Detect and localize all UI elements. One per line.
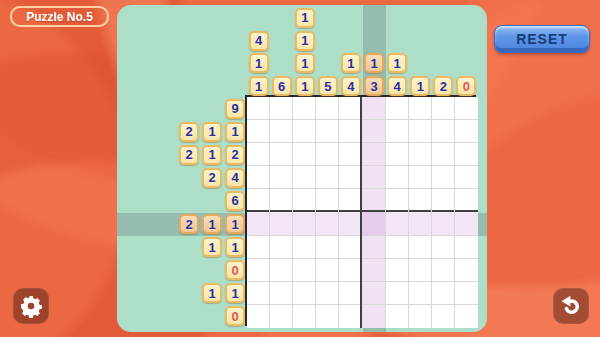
cell-r2c4[interactable] xyxy=(316,120,339,143)
cell-r10c2[interactable] xyxy=(270,305,293,328)
reset-button[interactable]: RESET xyxy=(494,25,590,53)
cell-r8c7[interactable] xyxy=(386,259,409,282)
cell-r10c3[interactable] xyxy=(293,305,316,328)
cell-r8c5[interactable] xyxy=(339,259,362,282)
cell-r8c6[interactable] xyxy=(362,259,385,282)
cell-r3c3[interactable] xyxy=(293,143,316,166)
cell-r10c7[interactable] xyxy=(386,305,409,328)
cell-r10c6[interactable] xyxy=(362,305,385,328)
cell-r4c3[interactable] xyxy=(293,166,316,189)
cell-r9c4[interactable] xyxy=(316,282,339,305)
cell-r7c4[interactable] xyxy=(316,236,339,259)
col-clue-c1-3: 1 xyxy=(249,76,269,96)
page-root: { "game": "nonogram (picross)", "header"… xyxy=(0,0,600,337)
row-clue-r2-3: 1 xyxy=(225,122,245,142)
puzzle-number-label: Puzzle No.5 xyxy=(26,10,93,24)
puzzle-number-badge: Puzzle No.5 xyxy=(10,6,109,27)
cell-r4c2[interactable] xyxy=(270,166,293,189)
cell-r4c8[interactable] xyxy=(409,166,432,189)
cell-r3c5[interactable] xyxy=(339,143,362,166)
cell-r6c10[interactable] xyxy=(455,212,478,235)
cell-r10c4[interactable] xyxy=(316,305,339,328)
cell-r3c8[interactable] xyxy=(409,143,432,166)
cell-r7c6[interactable] xyxy=(362,236,385,259)
cell-r2c3[interactable] xyxy=(293,120,316,143)
cell-r9c6[interactable] xyxy=(362,282,385,305)
col-clue-c7-2: 4 xyxy=(387,76,407,96)
cell-r3c9[interactable] xyxy=(432,143,455,166)
cell-r7c7[interactable] xyxy=(386,236,409,259)
row-clue-r2-1: 2 xyxy=(179,122,199,142)
row-clue-r8-1: 0 xyxy=(225,260,245,280)
cell-r5c1[interactable] xyxy=(247,189,270,212)
cell-r3c4[interactable] xyxy=(316,143,339,166)
cell-r7c9[interactable] xyxy=(432,236,455,259)
cell-r3c7[interactable] xyxy=(386,143,409,166)
cell-r5c5[interactable] xyxy=(339,189,362,212)
col-clue-c5-2: 4 xyxy=(341,76,361,96)
cell-r10c1[interactable] xyxy=(247,305,270,328)
col-clue-c6-2: 3 xyxy=(364,76,384,96)
cell-r2c10[interactable] xyxy=(455,120,478,143)
cell-r6c8[interactable] xyxy=(409,212,432,235)
col-clue-c2-1: 6 xyxy=(272,76,292,96)
cell-r2c1[interactable] xyxy=(247,120,270,143)
cell-r6c9[interactable] xyxy=(432,212,455,235)
undo-button[interactable] xyxy=(553,288,589,324)
cell-r1c9[interactable] xyxy=(432,97,455,120)
row-clue-r3-3: 2 xyxy=(225,145,245,165)
cell-r4c7[interactable] xyxy=(386,166,409,189)
cell-r7c1[interactable] xyxy=(247,236,270,259)
cell-r10c9[interactable] xyxy=(432,305,455,328)
cell-r4c5[interactable] xyxy=(339,166,362,189)
cell-r8c2[interactable] xyxy=(270,259,293,282)
row-clue-r7-1: 1 xyxy=(202,237,222,257)
row-clue-r1-1: 9 xyxy=(225,99,245,119)
row-clue-r10-1: 0 xyxy=(225,306,245,326)
cell-r5c3[interactable] xyxy=(293,189,316,212)
cell-r5c6[interactable] xyxy=(362,189,385,212)
cell-r10c8[interactable] xyxy=(409,305,432,328)
cell-r9c9[interactable] xyxy=(432,282,455,305)
cell-r3c2[interactable] xyxy=(270,143,293,166)
cell-r1c5[interactable] xyxy=(339,97,362,120)
board-grid xyxy=(245,95,476,326)
col-clue-c3-4: 1 xyxy=(295,76,315,96)
cell-r5c4[interactable] xyxy=(316,189,339,212)
cell-r9c2[interactable] xyxy=(270,282,293,305)
cell-r9c1[interactable] xyxy=(247,282,270,305)
cell-r4c6[interactable] xyxy=(362,166,385,189)
col-clue-c9-1: 2 xyxy=(433,76,453,96)
cell-r8c9[interactable] xyxy=(432,259,455,282)
cell-r9c3[interactable] xyxy=(293,282,316,305)
cell-r7c10[interactable] xyxy=(455,236,478,259)
cell-r2c7[interactable] xyxy=(386,120,409,143)
col-clue-c10-1: 0 xyxy=(456,76,476,96)
cell-r1c3[interactable] xyxy=(293,97,316,120)
cell-r8c10[interactable] xyxy=(455,259,478,282)
cell-r7c8[interactable] xyxy=(409,236,432,259)
cell-r7c2[interactable] xyxy=(270,236,293,259)
cell-r7c5[interactable] xyxy=(339,236,362,259)
cell-r3c1[interactable] xyxy=(247,143,270,166)
col-clue-c7-1: 1 xyxy=(387,53,407,73)
row-clue-r6-2: 1 xyxy=(202,214,222,234)
cell-r4c1[interactable] xyxy=(247,166,270,189)
row-clue-r3-1: 2 xyxy=(179,145,199,165)
cell-r1c10[interactable] xyxy=(455,97,478,120)
row-clue-r7-2: 1 xyxy=(225,237,245,257)
cell-r2c6[interactable] xyxy=(362,120,385,143)
cell-r4c9[interactable] xyxy=(432,166,455,189)
row-clue-r6-3: 1 xyxy=(225,214,245,234)
cell-r5c2[interactable] xyxy=(270,189,293,212)
cell-r6c5[interactable] xyxy=(339,212,362,235)
cell-r1c7[interactable] xyxy=(386,97,409,120)
cell-r1c8[interactable] xyxy=(409,97,432,120)
cell-r1c2[interactable] xyxy=(270,97,293,120)
cell-r4c10[interactable] xyxy=(455,166,478,189)
cell-r8c1[interactable] xyxy=(247,259,270,282)
cell-r3c10[interactable] xyxy=(455,143,478,166)
cell-r8c4[interactable] xyxy=(316,259,339,282)
cell-r8c8[interactable] xyxy=(409,259,432,282)
cell-r10c5[interactable] xyxy=(339,305,362,328)
cell-r5c9[interactable] xyxy=(432,189,455,212)
cell-r10c10[interactable] xyxy=(455,305,478,328)
cell-r9c10[interactable] xyxy=(455,282,478,305)
cell-r4c4[interactable] xyxy=(316,166,339,189)
cell-r5c8[interactable] xyxy=(409,189,432,212)
cell-r6c2[interactable] xyxy=(270,212,293,235)
cell-r1c4[interactable] xyxy=(316,97,339,120)
gear-icon xyxy=(19,294,43,318)
puzzle-panel: 9112212426112110110114611115413141120 xyxy=(117,5,487,332)
cell-r9c7[interactable] xyxy=(386,282,409,305)
col-clue-c8-1: 1 xyxy=(410,76,430,96)
cell-r2c8[interactable] xyxy=(409,120,432,143)
col-clue-c5-1: 1 xyxy=(341,53,361,73)
cell-r9c5[interactable] xyxy=(339,282,362,305)
cell-r3c6[interactable] xyxy=(362,143,385,166)
cell-r6c7[interactable] xyxy=(386,212,409,235)
cell-r6c4[interactable] xyxy=(316,212,339,235)
col-clue-c4-1: 5 xyxy=(318,76,338,96)
col-clue-c1-2: 1 xyxy=(249,53,269,73)
row-clue-r6-1: 2 xyxy=(179,214,199,234)
cell-r6c6[interactable] xyxy=(362,212,385,235)
col-clue-c3-3: 1 xyxy=(295,53,315,73)
cell-r5c7[interactable] xyxy=(386,189,409,212)
col-clue-c3-1: 1 xyxy=(295,8,315,28)
row-clue-r9-2: 1 xyxy=(225,283,245,303)
row-clue-r4-1: 2 xyxy=(202,168,222,188)
cell-r1c1[interactable] xyxy=(247,97,270,120)
cell-r5c10[interactable] xyxy=(455,189,478,212)
cell-r7c3[interactable] xyxy=(293,236,316,259)
cell-r1c6[interactable] xyxy=(362,97,385,120)
row-clue-r5-1: 6 xyxy=(225,191,245,211)
col-clue-c1-1: 4 xyxy=(249,31,269,51)
cell-r2c5[interactable] xyxy=(339,120,362,143)
col-clue-c6-1: 1 xyxy=(364,53,384,73)
cell-r2c9[interactable] xyxy=(432,120,455,143)
cell-r8c3[interactable] xyxy=(293,259,316,282)
row-clue-r2-2: 1 xyxy=(202,122,222,142)
row-clue-r9-1: 1 xyxy=(202,283,222,303)
reset-button-label: RESET xyxy=(516,31,568,47)
cell-r6c1[interactable] xyxy=(247,212,270,235)
cell-r6c3[interactable] xyxy=(293,212,316,235)
col-clue-c3-2: 1 xyxy=(295,31,315,51)
row-clue-r4-2: 4 xyxy=(225,168,245,188)
cell-r9c8[interactable] xyxy=(409,282,432,305)
undo-arrow-icon xyxy=(559,294,583,318)
row-clue-r3-2: 1 xyxy=(202,145,222,165)
settings-button[interactable] xyxy=(13,288,49,324)
cell-r2c2[interactable] xyxy=(270,120,293,143)
